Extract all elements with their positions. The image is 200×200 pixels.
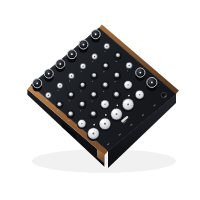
knob-tall_black — [136, 68, 146, 81]
knob-black_cap — [56, 101, 63, 108]
knob-small_chrome — [45, 92, 51, 98]
rotary-mixer-photo — [0, 0, 200, 200]
knob-small_chrome — [104, 43, 110, 49]
knob-black_cap — [101, 81, 109, 89]
knob-mini_black — [116, 104, 120, 108]
knob-small_chrome — [80, 63, 86, 69]
product-photo — [0, 0, 200, 200]
knob-med_chrome — [135, 90, 145, 100]
knob-tall_black — [56, 59, 65, 72]
knob-tall_black — [91, 30, 100, 43]
knob-black_cap — [78, 101, 86, 109]
knob-jack — [161, 92, 166, 97]
knob-tall_black — [147, 77, 157, 91]
knob-med_chrome — [123, 81, 132, 91]
knob-mini_black — [127, 94, 131, 98]
knob-tall_black — [67, 50, 76, 63]
knob-black_cap — [67, 111, 75, 119]
knob-tall_black — [32, 79, 41, 92]
knob-tall_black — [44, 69, 53, 82]
knob-small_chrome — [57, 83, 63, 89]
knob-black_cap — [68, 92, 75, 99]
knob-black_cap — [90, 91, 98, 99]
knob-black_cap — [114, 52, 121, 59]
knob-black_cap — [89, 110, 97, 118]
knob-small_chrome — [126, 62, 132, 68]
knob-big_chrome — [87, 128, 100, 141]
knob-small_chrome — [92, 54, 98, 60]
knob-black_cap — [113, 72, 121, 80]
knob-med_chrome — [77, 119, 86, 129]
knob-tall_black — [79, 40, 88, 53]
knob-small_chrome — [69, 73, 75, 79]
knob-mini_black — [92, 123, 96, 127]
knob-big_chrome — [110, 108, 123, 121]
knob-black_cap — [102, 63, 109, 70]
knob-black_cap — [79, 82, 86, 89]
knob-big_chrome — [98, 118, 111, 131]
knob-black_cap — [91, 72, 98, 79]
knob-med_chrome — [100, 100, 109, 110]
knob-big_chrome — [121, 99, 134, 112]
knob-mini_black — [104, 113, 108, 117]
knob-black_cap — [113, 91, 121, 99]
